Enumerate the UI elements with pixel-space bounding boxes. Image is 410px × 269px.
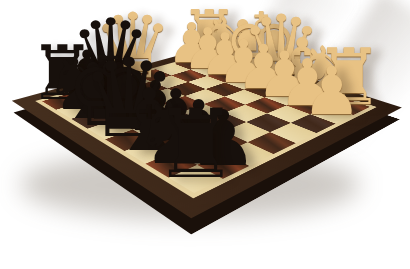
chess-set-product-photo: ♜♞♝♛♚♝♞♜♟♟♟♟♟♟♟♟♛♛♟♟♟♟♟♟♟♟♜♞♝♛♚♝♞♜ <box>0 0 410 269</box>
